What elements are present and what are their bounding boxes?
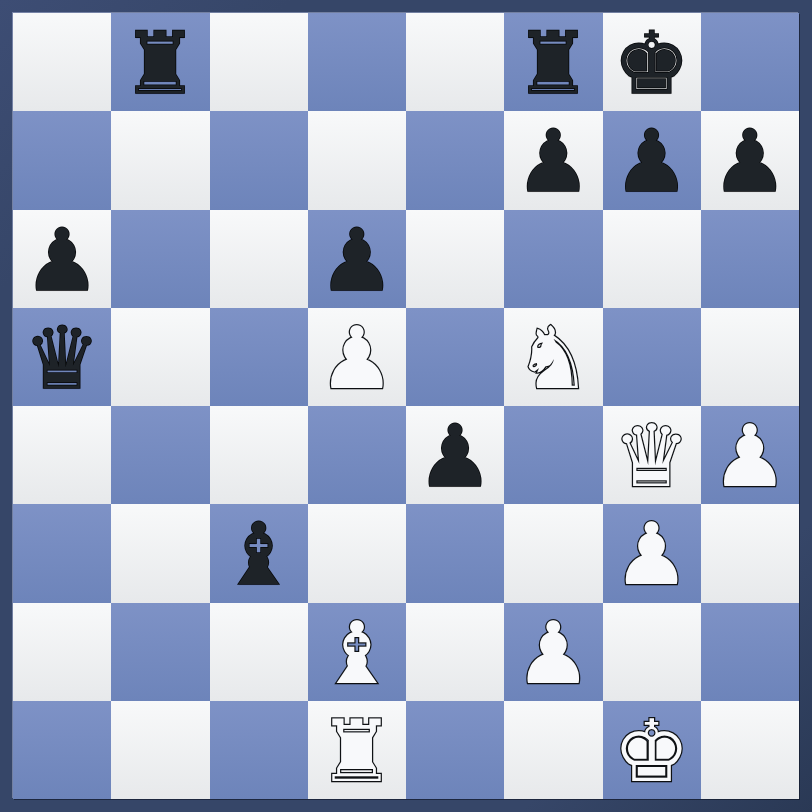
square-b8[interactable]: ♜: [111, 13, 209, 111]
square-b4[interactable]: [111, 406, 209, 504]
square-e4[interactable]: ♟: [406, 406, 504, 504]
black-pawn[interactable]: ♟: [711, 118, 788, 204]
square-c4[interactable]: [210, 406, 308, 504]
black-pawn[interactable]: ♟: [417, 413, 494, 499]
chess-board: ♜♜♚♟♟♟♟♟♛♟♞♟♛♟♝♟♝♟♜♚: [13, 13, 799, 799]
white-bishop[interactable]: ♝: [318, 610, 395, 696]
black-pawn[interactable]: ♟: [318, 217, 395, 303]
square-a6[interactable]: ♟: [13, 210, 111, 308]
square-a4[interactable]: [13, 406, 111, 504]
black-queen[interactable]: ♛: [24, 315, 101, 401]
square-e3[interactable]: [406, 504, 504, 602]
square-c6[interactable]: [210, 210, 308, 308]
square-h7[interactable]: ♟: [701, 111, 799, 209]
square-a7[interactable]: [13, 111, 111, 209]
square-b5[interactable]: [111, 308, 209, 406]
black-king[interactable]: ♚: [613, 20, 690, 106]
square-c5[interactable]: [210, 308, 308, 406]
square-f2[interactable]: ♟: [504, 603, 602, 701]
square-h2[interactable]: [701, 603, 799, 701]
square-f7[interactable]: ♟: [504, 111, 602, 209]
square-g4[interactable]: ♛: [603, 406, 701, 504]
square-e2[interactable]: [406, 603, 504, 701]
white-knight[interactable]: ♞: [515, 315, 592, 401]
black-rook[interactable]: ♜: [122, 20, 199, 106]
square-d6[interactable]: ♟: [308, 210, 406, 308]
square-h4[interactable]: ♟: [701, 406, 799, 504]
square-c2[interactable]: [210, 603, 308, 701]
square-b3[interactable]: [111, 504, 209, 602]
square-c7[interactable]: [210, 111, 308, 209]
square-d8[interactable]: [308, 13, 406, 111]
white-rook[interactable]: ♜: [318, 708, 395, 794]
square-e7[interactable]: [406, 111, 504, 209]
square-h5[interactable]: [701, 308, 799, 406]
square-a1[interactable]: [13, 701, 111, 799]
white-pawn[interactable]: ♟: [318, 315, 395, 401]
square-g8[interactable]: ♚: [603, 13, 701, 111]
square-g1[interactable]: ♚: [603, 701, 701, 799]
black-pawn[interactable]: ♟: [24, 217, 101, 303]
square-c1[interactable]: [210, 701, 308, 799]
square-b2[interactable]: [111, 603, 209, 701]
square-g3[interactable]: ♟: [603, 504, 701, 602]
black-rook[interactable]: ♜: [515, 20, 592, 106]
white-queen[interactable]: ♛: [613, 413, 690, 499]
white-pawn[interactable]: ♟: [711, 413, 788, 499]
square-a5[interactable]: ♛: [13, 308, 111, 406]
white-king[interactable]: ♚: [613, 708, 690, 794]
white-pawn[interactable]: ♟: [515, 610, 592, 696]
square-h8[interactable]: [701, 13, 799, 111]
square-f6[interactable]: [504, 210, 602, 308]
square-e1[interactable]: [406, 701, 504, 799]
square-a8[interactable]: [13, 13, 111, 111]
square-c3[interactable]: ♝: [210, 504, 308, 602]
square-e5[interactable]: [406, 308, 504, 406]
square-b6[interactable]: [111, 210, 209, 308]
square-a3[interactable]: [13, 504, 111, 602]
square-c8[interactable]: [210, 13, 308, 111]
square-h6[interactable]: [701, 210, 799, 308]
square-f8[interactable]: ♜: [504, 13, 602, 111]
square-d4[interactable]: [308, 406, 406, 504]
square-f3[interactable]: [504, 504, 602, 602]
square-g2[interactable]: [603, 603, 701, 701]
square-f4[interactable]: [504, 406, 602, 504]
square-e8[interactable]: [406, 13, 504, 111]
square-d3[interactable]: [308, 504, 406, 602]
square-g5[interactable]: [603, 308, 701, 406]
square-a2[interactable]: [13, 603, 111, 701]
square-h3[interactable]: [701, 504, 799, 602]
white-pawn[interactable]: ♟: [613, 511, 690, 597]
square-g7[interactable]: ♟: [603, 111, 701, 209]
square-d5[interactable]: ♟: [308, 308, 406, 406]
square-e6[interactable]: [406, 210, 504, 308]
chess-board-frame: ♜♜♚♟♟♟♟♟♛♟♞♟♛♟♝♟♝♟♜♚: [0, 0, 812, 812]
square-b1[interactable]: [111, 701, 209, 799]
square-b7[interactable]: [111, 111, 209, 209]
black-pawn[interactable]: ♟: [515, 118, 592, 204]
square-g6[interactable]: [603, 210, 701, 308]
square-f5[interactable]: ♞: [504, 308, 602, 406]
square-d7[interactable]: [308, 111, 406, 209]
black-bishop[interactable]: ♝: [220, 511, 297, 597]
square-h1[interactable]: [701, 701, 799, 799]
black-pawn[interactable]: ♟: [613, 118, 690, 204]
square-f1[interactable]: [504, 701, 602, 799]
square-d2[interactable]: ♝: [308, 603, 406, 701]
square-d1[interactable]: ♜: [308, 701, 406, 799]
